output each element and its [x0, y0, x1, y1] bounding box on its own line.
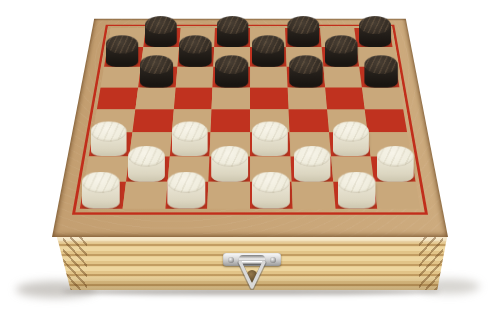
square-r7c2[interactable]	[126, 156, 170, 181]
checker-piece-black[interactable]	[140, 55, 173, 87]
board-frame-line	[72, 25, 428, 215]
square-r6c3[interactable]	[169, 132, 210, 156]
checker-piece-black[interactable]	[364, 55, 397, 87]
checker-piece-black[interactable]	[145, 16, 177, 47]
piece-top	[211, 146, 248, 167]
square-r1c6[interactable]	[285, 28, 321, 47]
checker-piece-white[interactable]	[91, 121, 127, 156]
square-r4c6	[287, 88, 326, 110]
square-r5c4[interactable]	[211, 109, 250, 132]
checker-piece-black[interactable]	[288, 16, 320, 47]
piece-top	[364, 55, 397, 74]
checker-piece-black[interactable]	[252, 35, 285, 67]
square-r7c6[interactable]	[290, 156, 332, 181]
checker-piece-white[interactable]	[252, 121, 288, 156]
square-r8c4	[207, 182, 250, 209]
square-r8c5[interactable]	[250, 182, 293, 209]
square-r5c2[interactable]	[132, 109, 173, 132]
checker-piece-black[interactable]	[179, 35, 212, 67]
piece-top	[376, 146, 413, 167]
checker-piece-white[interactable]	[252, 172, 290, 209]
square-r3c6[interactable]	[286, 67, 324, 88]
square-r4c7[interactable]	[325, 88, 365, 110]
box-lid-top	[52, 19, 448, 237]
checker-piece-white[interactable]	[82, 172, 120, 209]
checker-piece-white[interactable]	[172, 121, 208, 156]
square-r3c4[interactable]	[213, 67, 250, 88]
piece-top	[140, 55, 173, 74]
clasp-bail-wire[interactable]	[234, 260, 270, 292]
piece-top	[333, 121, 369, 141]
square-r5c8[interactable]	[365, 109, 407, 132]
piece-top	[179, 35, 212, 53]
checker-piece-white[interactable]	[128, 146, 165, 182]
square-r4c5[interactable]	[250, 88, 288, 110]
box-front-panel	[57, 237, 447, 290]
square-r6c5[interactable]	[250, 132, 290, 156]
square-r7c4[interactable]	[209, 156, 250, 181]
piece-top	[337, 172, 375, 193]
metal-clasp[interactable]	[216, 253, 288, 293]
checker-piece-white[interactable]	[376, 146, 413, 182]
square-r4c1[interactable]	[97, 88, 138, 110]
square-r4c4	[212, 88, 250, 110]
square-r3c5	[250, 67, 287, 88]
square-r5c6[interactable]	[288, 109, 328, 132]
square-r2c5[interactable]	[250, 47, 286, 67]
piece-top	[294, 146, 331, 167]
checker-piece-white[interactable]	[333, 121, 369, 156]
screw-icon	[270, 257, 276, 263]
square-r8c2	[122, 182, 167, 209]
piece-top	[128, 146, 165, 167]
square-r4c3[interactable]	[173, 88, 212, 110]
square-r8c8	[374, 182, 420, 209]
piece-top	[216, 16, 248, 34]
checker-piece-white[interactable]	[211, 146, 248, 182]
square-r2c7[interactable]	[321, 47, 359, 67]
square-r4c8	[362, 88, 403, 110]
square-r3c8[interactable]	[359, 67, 399, 88]
square-r2c3[interactable]	[177, 47, 214, 67]
square-r2c1[interactable]	[104, 47, 143, 67]
square-r8c7[interactable]	[333, 182, 378, 209]
square-r4c2	[135, 88, 175, 110]
checker-piece-white[interactable]	[167, 172, 205, 209]
checker-piece-black[interactable]	[289, 55, 322, 87]
square-r8c6	[291, 182, 335, 209]
square-r3c3	[175, 67, 213, 88]
checker-piece-white[interactable]	[337, 172, 375, 209]
piece-top	[325, 35, 358, 53]
checker-piece-black[interactable]	[216, 16, 248, 47]
piece-top	[289, 55, 322, 74]
checker-piece-black[interactable]	[106, 35, 139, 67]
square-r7c8[interactable]	[371, 156, 416, 181]
piece-top	[145, 16, 177, 34]
piece-top	[359, 16, 391, 34]
checker-piece-black[interactable]	[215, 55, 248, 87]
piece-top	[167, 172, 205, 193]
piece-top	[215, 55, 248, 74]
piece-top	[172, 121, 208, 141]
checker-piece-black[interactable]	[325, 35, 358, 67]
square-r8c3[interactable]	[165, 182, 209, 209]
square-r1c8[interactable]	[354, 28, 392, 47]
square-r3c7	[323, 67, 362, 88]
square-r6c1[interactable]	[89, 132, 132, 156]
checkers-board	[80, 28, 420, 209]
checker-piece-black[interactable]	[359, 16, 391, 47]
checker-piece-white[interactable]	[294, 146, 331, 182]
square-r3c2[interactable]	[138, 67, 177, 88]
square-r3c1	[101, 67, 141, 88]
square-r6c7[interactable]	[329, 132, 371, 156]
checkers-box-photo	[0, 0, 500, 314]
square-r1c2[interactable]	[143, 28, 180, 47]
square-r1c4[interactable]	[214, 28, 250, 47]
piece-top	[288, 16, 320, 34]
square-r8c1[interactable]	[80, 182, 126, 209]
